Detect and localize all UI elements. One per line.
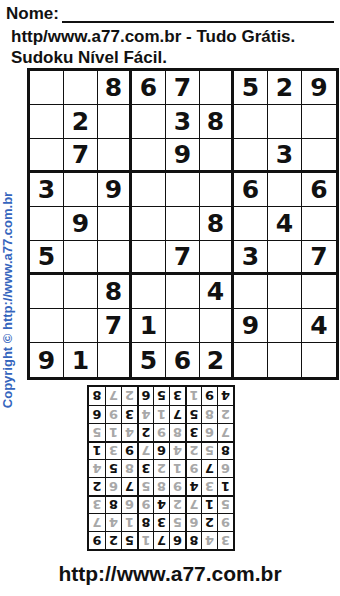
solution-cell-r6c8: 3 <box>105 441 121 459</box>
sudoku-grid: 8675292387933966984573784719491562 <box>27 68 339 380</box>
cell-r5c5[interactable] <box>166 207 200 241</box>
cell-r1c9: 9 <box>302 71 336 105</box>
cell-r6c7: 3 <box>234 241 268 275</box>
solution-cell-r2c5: 3 <box>153 513 169 531</box>
solution-cell-r6c1: 8 <box>217 441 233 459</box>
footer-url: http://www.a77.com.br <box>0 562 340 586</box>
solution-cell-r1c7: 5 <box>121 531 137 549</box>
cell-r9c3[interactable] <box>98 343 132 377</box>
solution-cell-r5c2: 7 <box>201 459 217 477</box>
cell-r5c7[interactable] <box>234 207 268 241</box>
cell-r5c4[interactable] <box>132 207 166 241</box>
cell-r9c7[interactable] <box>234 343 268 377</box>
cell-r1c4: 6 <box>132 71 166 105</box>
cell-r7c5[interactable] <box>166 275 200 309</box>
solution-cell-r4c2: 3 <box>201 477 217 495</box>
cell-r6c8[interactable] <box>268 241 302 275</box>
cell-r9c2: 1 <box>64 343 98 377</box>
cell-r1c5: 7 <box>166 71 200 105</box>
solution-cell-r7c9: 5 <box>89 423 105 441</box>
cell-r6c5: 7 <box>166 241 200 275</box>
solution-cell-r5c6: 3 <box>137 459 153 477</box>
cell-r1c6[interactable] <box>200 71 234 105</box>
cell-r7c1[interactable] <box>30 275 64 309</box>
cell-r7c8[interactable] <box>268 275 302 309</box>
solution-cell-r8c7: 3 <box>121 405 137 423</box>
cell-r9c4: 5 <box>132 343 166 377</box>
solution-cell-r4c5: 8 <box>153 477 169 495</box>
cell-r2c8[interactable] <box>268 105 302 139</box>
solution-cell-r2c2: 2 <box>201 513 217 531</box>
cell-r8c9: 4 <box>302 309 336 343</box>
cell-r4c6[interactable] <box>200 173 234 207</box>
site-line: http/www.a77.com.br - Tudo Grátis. <box>11 27 295 47</box>
solution-cell-r4c8: 6 <box>105 477 121 495</box>
cell-r5c2: 9 <box>64 207 98 241</box>
solution-cell-r7c5: 9 <box>153 423 169 441</box>
solution-grid-rotated: 3486715299265381475172496831349857626791… <box>87 385 235 551</box>
cell-r8c5[interactable] <box>166 309 200 343</box>
solution-cell-r5c7: 8 <box>121 459 137 477</box>
solution-cell-r5c9: 4 <box>89 459 105 477</box>
cell-r2c9[interactable] <box>302 105 336 139</box>
solution-cell-r8c5: 1 <box>153 405 169 423</box>
cell-r3c1[interactable] <box>30 139 64 173</box>
solution-cell-r2c1: 9 <box>217 513 233 531</box>
solution-cell-r8c1: 2 <box>217 405 233 423</box>
solution-cell-r3c6: 9 <box>137 495 153 513</box>
solution-cell-r3c7: 6 <box>121 495 137 513</box>
cell-r6c1: 5 <box>30 241 64 275</box>
solution-cell-r5c8: 5 <box>105 459 121 477</box>
cell-r2c4[interactable] <box>132 105 166 139</box>
solution-cell-r9c8: 7 <box>105 387 121 405</box>
cell-r7c3: 8 <box>98 275 132 309</box>
cell-r4c2[interactable] <box>64 173 98 207</box>
cell-r4c7: 6 <box>234 173 268 207</box>
solution-cell-r8c4: 7 <box>169 405 185 423</box>
solution-cell-r9c9: 8 <box>89 387 105 405</box>
solution-cell-r5c5: 2 <box>153 459 169 477</box>
cell-r9c1: 9 <box>30 343 64 377</box>
sudoku-sheet: Nome: http/www.a77.com.br - Tudo Grátis.… <box>0 0 340 596</box>
solution-cell-r6c7: 9 <box>121 441 137 459</box>
cell-r4c9: 6 <box>302 173 336 207</box>
cell-r9c6: 2 <box>200 343 234 377</box>
cell-r7c4[interactable] <box>132 275 166 309</box>
copyright-vertical: Copyright © http://www.a77.com.br <box>0 155 16 445</box>
cell-r2c6: 8 <box>200 105 234 139</box>
cell-r8c6[interactable] <box>200 309 234 343</box>
solution-cell-r3c2: 1 <box>201 495 217 513</box>
solution-cell-r9c2: 9 <box>201 387 217 405</box>
cell-r9c5: 6 <box>166 343 200 377</box>
solution-cell-r1c2: 4 <box>201 531 217 549</box>
cell-r3c7[interactable] <box>234 139 268 173</box>
solution-cell-r7c6: 2 <box>137 423 153 441</box>
solution-cell-r3c3: 7 <box>185 495 201 513</box>
cell-r3c2: 7 <box>64 139 98 173</box>
cell-r2c2: 2 <box>64 105 98 139</box>
name-underline <box>62 20 334 23</box>
solution-cell-r6c2: 5 <box>201 441 217 459</box>
solution-cell-r3c5: 4 <box>153 495 169 513</box>
cell-r5c1[interactable] <box>30 207 64 241</box>
cell-r1c2[interactable] <box>64 71 98 105</box>
solution-cell-r6c4: 4 <box>169 441 185 459</box>
cell-r8c2[interactable] <box>64 309 98 343</box>
cell-r1c1[interactable] <box>30 71 64 105</box>
solution-cell-r5c1: 6 <box>217 459 233 477</box>
cell-r5c9[interactable] <box>302 207 336 241</box>
solution-cell-r8c8: 9 <box>105 405 121 423</box>
cell-r5c6: 8 <box>200 207 234 241</box>
solution-cell-r9c3: 1 <box>185 387 201 405</box>
solution-cell-r4c7: 7 <box>121 477 137 495</box>
solution-cell-r8c9: 6 <box>89 405 105 423</box>
solution-cell-r9c5: 5 <box>153 387 169 405</box>
solution-cell-r2c9: 7 <box>89 513 105 531</box>
cell-r8c8[interactable] <box>268 309 302 343</box>
cell-r5c3[interactable] <box>98 207 132 241</box>
cell-r3c3[interactable] <box>98 139 132 173</box>
cell-r3c5: 9 <box>166 139 200 173</box>
solution-cell-r1c4: 6 <box>169 531 185 549</box>
solution-cell-r9c7: 2 <box>121 387 137 405</box>
solution-cell-r3c1: 5 <box>217 495 233 513</box>
solution-cell-r5c3: 9 <box>185 459 201 477</box>
cell-r6c3[interactable] <box>98 241 132 275</box>
solution-cell-r9c1: 4 <box>217 387 233 405</box>
solution-cell-r4c4: 9 <box>169 477 185 495</box>
solution-cell-r7c2: 6 <box>201 423 217 441</box>
cell-r6c6[interactable] <box>200 241 234 275</box>
cell-r4c3: 9 <box>98 173 132 207</box>
solution-cell-r3c8: 8 <box>105 495 121 513</box>
cell-r6c2[interactable] <box>64 241 98 275</box>
solution-cell-r6c6: 7 <box>137 441 153 459</box>
cell-r7c9[interactable] <box>302 275 336 309</box>
solution-cell-r2c6: 8 <box>137 513 153 531</box>
cell-r8c4: 1 <box>132 309 166 343</box>
solution-cell-r1c8: 2 <box>105 531 121 549</box>
solution-cell-r1c6: 1 <box>137 531 153 549</box>
solution-cell-r7c7: 4 <box>121 423 137 441</box>
solution-cell-r2c3: 6 <box>185 513 201 531</box>
cell-r6c4[interactable] <box>132 241 166 275</box>
cell-r1c3: 8 <box>98 71 132 105</box>
page-subtitle: Sudoku Nível Fácil. <box>11 48 167 68</box>
cell-r3c9[interactable] <box>302 139 336 173</box>
solution-cell-r2c4: 5 <box>169 513 185 531</box>
solution-cell-r1c3: 8 <box>185 531 201 549</box>
cell-r9c8[interactable] <box>268 343 302 377</box>
solution-cell-r4c1: 1 <box>217 477 233 495</box>
solution-cell-r8c6: 4 <box>137 405 153 423</box>
solution-cell-r9c4: 3 <box>169 387 185 405</box>
solution-cell-r8c3: 5 <box>185 405 201 423</box>
cell-r2c5: 3 <box>166 105 200 139</box>
solution-cell-r8c2: 8 <box>201 405 217 423</box>
cell-r4c8[interactable] <box>268 173 302 207</box>
cell-r8c7: 9 <box>234 309 268 343</box>
solution-cell-r7c4: 8 <box>169 423 185 441</box>
cell-r8c1[interactable] <box>30 309 64 343</box>
cell-r5c8: 4 <box>268 207 302 241</box>
cell-r3c8: 3 <box>268 139 302 173</box>
cell-r1c8: 2 <box>268 71 302 105</box>
solution-cell-r2c7: 1 <box>121 513 137 531</box>
solution-cell-r7c3: 3 <box>185 423 201 441</box>
cell-r2c1[interactable] <box>30 105 64 139</box>
cell-r2c7[interactable] <box>234 105 268 139</box>
cell-r4c5[interactable] <box>166 173 200 207</box>
cell-r7c2[interactable] <box>64 275 98 309</box>
cell-r4c4[interactable] <box>132 173 166 207</box>
cell-r8c3: 7 <box>98 309 132 343</box>
solution-cell-r1c1: 3 <box>217 531 233 549</box>
cell-r7c7[interactable] <box>234 275 268 309</box>
cell-r6c9: 7 <box>302 241 336 275</box>
name-label: Nome: <box>6 4 59 24</box>
cell-r2c3[interactable] <box>98 105 132 139</box>
solution-cell-r5c4: 1 <box>169 459 185 477</box>
solution-cell-r7c8: 1 <box>105 423 121 441</box>
solution-cell-r4c3: 4 <box>185 477 201 495</box>
solution-cell-r1c9: 9 <box>89 531 105 549</box>
solution-cell-r4c6: 5 <box>137 477 153 495</box>
solution-cell-r4c9: 2 <box>89 477 105 495</box>
solution-cell-r6c5: 6 <box>153 441 169 459</box>
solution-cell-r9c6: 6 <box>137 387 153 405</box>
solution-cell-r3c4: 2 <box>169 495 185 513</box>
solution-cell-r2c8: 4 <box>105 513 121 531</box>
cell-r4c1: 3 <box>30 173 64 207</box>
cell-r9c9 <box>302 343 336 377</box>
solution-cell-r6c9: 1 <box>89 441 105 459</box>
cell-r1c7: 5 <box>234 71 268 105</box>
solution-cell-r1c5: 7 <box>153 531 169 549</box>
name-row: Nome: <box>6 4 334 24</box>
cell-r7c6: 4 <box>200 275 234 309</box>
solution-cell-r6c3: 2 <box>185 441 201 459</box>
cell-r3c4[interactable] <box>132 139 166 173</box>
solution-cell-r7c1: 7 <box>217 423 233 441</box>
cell-r3c6[interactable] <box>200 139 234 173</box>
solution-cell-r3c9: 3 <box>89 495 105 513</box>
